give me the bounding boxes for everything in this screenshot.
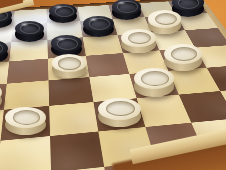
scene (0, 0, 226, 170)
board-square[interactable] (0, 136, 51, 170)
board-square[interactable] (50, 131, 104, 170)
board-square[interactable] (49, 102, 98, 136)
board-square[interactable] (1, 106, 51, 141)
